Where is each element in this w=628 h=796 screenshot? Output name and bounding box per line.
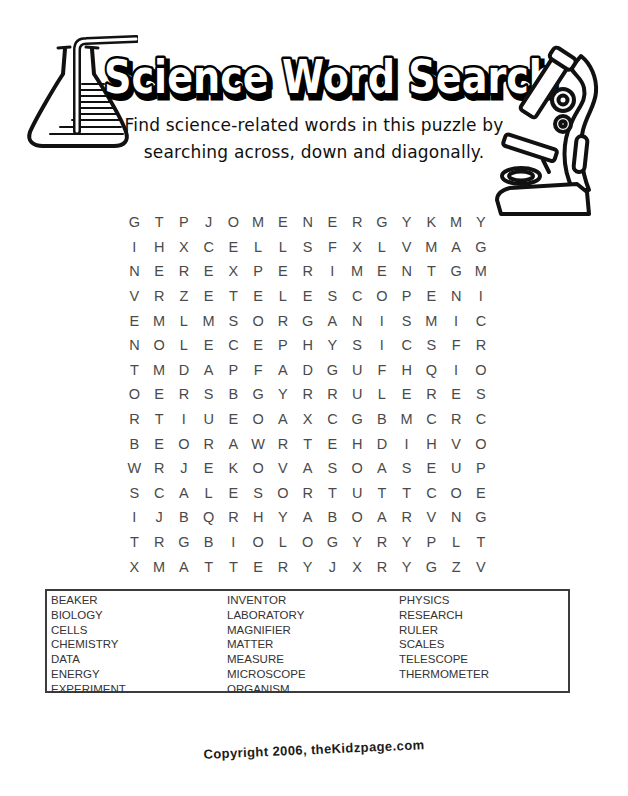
- grid-cell[interactable]: T: [419, 259, 444, 284]
- grid-cell[interactable]: E: [122, 308, 147, 333]
- grid-cell[interactable]: C: [221, 333, 246, 358]
- grid-cell[interactable]: H: [295, 333, 320, 358]
- grid-cell[interactable]: E: [147, 259, 172, 284]
- grid-cell[interactable]: O: [147, 333, 172, 358]
- grid-cell[interactable]: P: [221, 358, 246, 383]
- grid-cell[interactable]: S: [122, 481, 147, 506]
- grid-cell[interactable]: X: [295, 407, 320, 432]
- word-list-item: CELLS: [51, 623, 126, 638]
- grid-cell[interactable]: S: [345, 333, 370, 358]
- grid-cell[interactable]: A: [172, 554, 197, 579]
- grid-cell[interactable]: D: [370, 431, 395, 456]
- grid-cell[interactable]: M: [147, 308, 172, 333]
- grid-cell[interactable]: J: [196, 210, 221, 235]
- grid-cell[interactable]: T: [469, 530, 494, 555]
- grid-cell[interactable]: C: [419, 481, 444, 506]
- grid-cell[interactable]: T: [196, 554, 221, 579]
- grid-cell[interactable]: O: [246, 308, 271, 333]
- grid-cell[interactable]: P: [246, 259, 271, 284]
- page-title: Science Word Search: [104, 50, 556, 104]
- grid-cell[interactable]: M: [147, 554, 172, 579]
- grid-cell[interactable]: R: [221, 505, 246, 530]
- grid-cell[interactable]: G: [295, 308, 320, 333]
- grid-cell[interactable]: O: [246, 407, 271, 432]
- grid-cell[interactable]: R: [147, 284, 172, 309]
- grid-cell[interactable]: O: [271, 481, 296, 506]
- grid-cell[interactable]: O: [444, 481, 469, 506]
- grid-cell[interactable]: M: [345, 259, 370, 284]
- grid-cell[interactable]: G: [320, 530, 345, 555]
- grid-cell[interactable]: E: [221, 235, 246, 260]
- grid-cell[interactable]: A: [444, 235, 469, 260]
- grid-cell[interactable]: E: [196, 333, 221, 358]
- grid-cell[interactable]: G: [320, 358, 345, 383]
- grid-cell[interactable]: A: [320, 308, 345, 333]
- grid-cell[interactable]: S: [295, 235, 320, 260]
- grid-cell[interactable]: R: [172, 382, 197, 407]
- word-list-item: TELESCOPE: [399, 652, 489, 667]
- grid-cell[interactable]: E: [295, 284, 320, 309]
- instructions: Find science-related words in this puzzl…: [0, 112, 628, 166]
- grid-cell[interactable]: R: [469, 333, 494, 358]
- grid-cell[interactable]: Z: [172, 284, 197, 309]
- grid-cell[interactable]: N: [122, 333, 147, 358]
- word-list-item: BIOLOGY: [51, 608, 126, 623]
- grid-cell[interactable]: S: [320, 456, 345, 481]
- grid-cell[interactable]: S: [320, 284, 345, 309]
- grid-cell[interactable]: F: [444, 333, 469, 358]
- grid-cell[interactable]: L: [271, 284, 296, 309]
- grid-cell[interactable]: Y: [394, 530, 419, 555]
- grid-cell[interactable]: O: [221, 210, 246, 235]
- grid-cell[interactable]: U: [345, 481, 370, 506]
- instructions-line-2: searching across, down and diagonally.: [0, 139, 628, 166]
- worksheet-page: Science Word Search Science Word Search: [0, 0, 628, 796]
- grid-cell[interactable]: R: [394, 505, 419, 530]
- grid-cell[interactable]: M: [394, 407, 419, 432]
- grid-cell[interactable]: I: [394, 431, 419, 456]
- word-list-item: MAGNIFIER: [227, 623, 306, 638]
- word-list-item: ENERGY: [51, 667, 126, 682]
- grid-cell[interactable]: G: [172, 530, 197, 555]
- grid-cell[interactable]: X: [345, 235, 370, 260]
- grid-cell[interactable]: B: [196, 530, 221, 555]
- grid-cell[interactable]: E: [147, 382, 172, 407]
- grid-cell[interactable]: Z: [444, 554, 469, 579]
- grid-cell[interactable]: F: [320, 235, 345, 260]
- grid-cell[interactable]: F: [370, 358, 395, 383]
- word-list-item: CHEMISTRY: [51, 637, 126, 652]
- grid-cell[interactable]: A: [172, 481, 197, 506]
- grid-cell[interactable]: S: [394, 456, 419, 481]
- grid-cell[interactable]: A: [295, 456, 320, 481]
- grid-cell[interactable]: T: [295, 431, 320, 456]
- grid-cell[interactable]: H: [394, 358, 419, 383]
- grid-cell[interactable]: V: [271, 456, 296, 481]
- grid-cell[interactable]: E: [246, 333, 271, 358]
- grid-cell[interactable]: O: [246, 530, 271, 555]
- grid-cell[interactable]: X: [221, 259, 246, 284]
- grid-cell[interactable]: R: [147, 456, 172, 481]
- grid-cell[interactable]: G: [444, 259, 469, 284]
- word-list-item: MEASURE: [227, 652, 306, 667]
- grid-cell[interactable]: L: [444, 530, 469, 555]
- word-list-item: INVENTOR: [227, 593, 306, 608]
- grid-cell[interactable]: X: [345, 554, 370, 579]
- grid-cell[interactable]: E: [246, 554, 271, 579]
- grid-cell[interactable]: B: [320, 505, 345, 530]
- grid-cell[interactable]: N: [122, 259, 147, 284]
- grid-cell[interactable]: E: [246, 284, 271, 309]
- grid-cell[interactable]: R: [295, 382, 320, 407]
- grid-cell[interactable]: A: [271, 358, 296, 383]
- grid-cell[interactable]: Y: [271, 382, 296, 407]
- word-list-item: RULER: [399, 623, 489, 638]
- grid-cell[interactable]: I: [469, 284, 494, 309]
- grid-cell[interactable]: N: [444, 284, 469, 309]
- grid-cell[interactable]: Q: [196, 505, 221, 530]
- grid-cell[interactable]: J: [147, 505, 172, 530]
- grid-cell[interactable]: Y: [469, 210, 494, 235]
- grid-cell[interactable]: L: [271, 530, 296, 555]
- grid-cell[interactable]: E: [419, 456, 444, 481]
- grid-cell[interactable]: I: [444, 358, 469, 383]
- grid-cell[interactable]: E: [444, 382, 469, 407]
- grid-cell[interactable]: V: [444, 431, 469, 456]
- grid-cell[interactable]: L: [370, 382, 395, 407]
- word-list-item: LABORATORY: [227, 608, 306, 623]
- grid-cell[interactable]: M: [469, 259, 494, 284]
- grid-cell[interactable]: G: [246, 382, 271, 407]
- word-list-item: MICROSCOPE: [227, 667, 306, 682]
- grid-cell[interactable]: F: [246, 358, 271, 383]
- grid-cell[interactable]: O: [469, 431, 494, 456]
- grid-cell[interactable]: O: [295, 530, 320, 555]
- grid-cell[interactable]: E: [147, 431, 172, 456]
- grid-cell[interactable]: T: [221, 554, 246, 579]
- grid-cell[interactable]: P: [172, 210, 197, 235]
- grid-cell[interactable]: Y: [345, 530, 370, 555]
- grid-cell[interactable]: C: [419, 407, 444, 432]
- grid-cell[interactable]: I: [320, 259, 345, 284]
- grid-cell[interactable]: O: [345, 456, 370, 481]
- grid-cell[interactable]: L: [172, 333, 197, 358]
- grid-cell[interactable]: O: [469, 358, 494, 383]
- grid-cell[interactable]: J: [320, 554, 345, 579]
- grid-cell[interactable]: O: [122, 382, 147, 407]
- grid-cell[interactable]: K: [419, 210, 444, 235]
- grid-cell[interactable]: E: [221, 407, 246, 432]
- grid-cell[interactable]: O: [172, 431, 197, 456]
- grid-cell[interactable]: N: [345, 308, 370, 333]
- grid-cell[interactable]: V: [394, 235, 419, 260]
- grid-cell[interactable]: I: [122, 505, 147, 530]
- grid-cell[interactable]: I: [444, 308, 469, 333]
- grid-cell[interactable]: M: [196, 308, 221, 333]
- grid-cell[interactable]: R: [147, 530, 172, 555]
- grid-cell[interactable]: V: [469, 554, 494, 579]
- grid-cell[interactable]: N: [295, 210, 320, 235]
- grid-cell[interactable]: Y: [394, 554, 419, 579]
- grid-cell[interactable]: L: [370, 235, 395, 260]
- grid-cell[interactable]: X: [172, 235, 197, 260]
- grid-cell[interactable]: O: [370, 284, 395, 309]
- grid-cell[interactable]: G: [419, 554, 444, 579]
- grid-cell[interactable]: E: [221, 481, 246, 506]
- grid-cell[interactable]: R: [172, 259, 197, 284]
- grid-cell[interactable]: A: [370, 505, 395, 530]
- grid-cell[interactable]: E: [196, 456, 221, 481]
- grid-cell[interactable]: A: [271, 407, 296, 432]
- grid-cell[interactable]: M: [147, 358, 172, 383]
- grid-cell[interactable]: M: [444, 210, 469, 235]
- grid-cell[interactable]: C: [320, 407, 345, 432]
- word-list-item: SCALES: [399, 637, 489, 652]
- grid-cell[interactable]: T: [122, 530, 147, 555]
- grid-cell[interactable]: M: [419, 235, 444, 260]
- word-list-item: ORGANISM: [227, 682, 306, 697]
- grid-cell[interactable]: U: [345, 382, 370, 407]
- grid-cell[interactable]: C: [469, 407, 494, 432]
- word-list-item: RESEARCH: [399, 608, 489, 623]
- grid-cell[interactable]: R: [295, 259, 320, 284]
- grid-cell[interactable]: G: [345, 407, 370, 432]
- grid-cell[interactable]: A: [221, 431, 246, 456]
- instructions-line-1: Find science-related words in this puzzl…: [0, 112, 628, 139]
- grid-cell[interactable]: Y: [394, 210, 419, 235]
- grid-cell[interactable]: R: [196, 431, 221, 456]
- grid-cell[interactable]: C: [147, 481, 172, 506]
- grid-cell[interactable]: O: [345, 505, 370, 530]
- word-list-column-2: INVENTORLABORATORYMAGNIFIERMATTERMEASURE…: [227, 593, 306, 697]
- grid-cell[interactable]: S: [419, 333, 444, 358]
- grid-cell[interactable]: R: [419, 382, 444, 407]
- copyright-text: Copyright 2006, theKidzpage.com: [0, 728, 628, 770]
- grid-cell[interactable]: E: [320, 210, 345, 235]
- grid-cell[interactable]: S: [221, 308, 246, 333]
- grid-cell[interactable]: R: [370, 530, 395, 555]
- grid-cell[interactable]: U: [196, 407, 221, 432]
- grid-cell[interactable]: J: [172, 456, 197, 481]
- grid-cell[interactable]: S: [196, 382, 221, 407]
- grid-cell[interactable]: B: [221, 382, 246, 407]
- grid-cell[interactable]: G: [469, 505, 494, 530]
- grid-cell[interactable]: D: [172, 358, 197, 383]
- grid-cell[interactable]: B: [370, 407, 395, 432]
- grid-cell[interactable]: H: [345, 431, 370, 456]
- grid-cell[interactable]: A: [196, 358, 221, 383]
- grid-cell[interactable]: H: [147, 235, 172, 260]
- grid-cell[interactable]: G: [122, 210, 147, 235]
- word-list-item: PHYSICS: [399, 593, 489, 608]
- grid-cell[interactable]: T: [370, 481, 395, 506]
- grid-cell[interactable]: L: [172, 308, 197, 333]
- grid-cell[interactable]: I: [221, 530, 246, 555]
- grid-cell[interactable]: C: [196, 235, 221, 260]
- grid-cell[interactable]: G: [370, 210, 395, 235]
- grid-cell[interactable]: T: [122, 358, 147, 383]
- grid-cell[interactable]: V: [419, 505, 444, 530]
- grid-cell[interactable]: B: [122, 431, 147, 456]
- grid-cell[interactable]: R: [370, 554, 395, 579]
- grid-cell[interactable]: X: [122, 554, 147, 579]
- grid-cell[interactable]: E: [469, 481, 494, 506]
- grid-cell[interactable]: S: [469, 382, 494, 407]
- grid-cell[interactable]: E: [370, 259, 395, 284]
- word-list-item: MATTER: [227, 637, 306, 652]
- grid-cell[interactable]: S: [246, 481, 271, 506]
- grid-cell[interactable]: P: [419, 530, 444, 555]
- grid-cell[interactable]: I: [172, 407, 197, 432]
- grid-cell[interactable]: Y: [271, 505, 296, 530]
- grid-cell[interactable]: Q: [419, 358, 444, 383]
- grid-cell[interactable]: R: [320, 382, 345, 407]
- grid-cell[interactable]: R: [271, 554, 296, 579]
- grid-cell[interactable]: Y: [295, 554, 320, 579]
- grid-cell[interactable]: P: [271, 333, 296, 358]
- grid-cell[interactable]: S: [394, 308, 419, 333]
- grid-cell[interactable]: V: [122, 284, 147, 309]
- grid-cell[interactable]: U: [444, 456, 469, 481]
- grid-cell[interactable]: A: [295, 505, 320, 530]
- grid-cell[interactable]: A: [370, 456, 395, 481]
- grid-cell[interactable]: E: [271, 210, 296, 235]
- grid-cell[interactable]: W: [122, 456, 147, 481]
- grid-cell[interactable]: H: [246, 505, 271, 530]
- grid-cell[interactable]: R: [122, 407, 147, 432]
- grid-cell[interactable]: Y: [320, 333, 345, 358]
- word-list-item: THERMOMETER: [399, 667, 489, 682]
- grid-cell[interactable]: E: [320, 431, 345, 456]
- grid-cell[interactable]: W: [246, 431, 271, 456]
- grid-cell[interactable]: U: [345, 358, 370, 383]
- word-list-item: BEAKER: [51, 593, 126, 608]
- word-list-item: DATA: [51, 652, 126, 667]
- grid-cell[interactable]: H: [419, 431, 444, 456]
- grid-cell[interactable]: O: [246, 456, 271, 481]
- grid-cell[interactable]: B: [172, 505, 197, 530]
- grid-cell[interactable]: E: [196, 284, 221, 309]
- grid-cell[interactable]: E: [196, 259, 221, 284]
- grid-cell[interactable]: T: [221, 284, 246, 309]
- grid-cell[interactable]: C: [394, 333, 419, 358]
- grid-cell[interactable]: T: [394, 481, 419, 506]
- grid-cell[interactable]: R: [271, 431, 296, 456]
- grid-cell[interactable]: N: [394, 259, 419, 284]
- grid-cell[interactable]: P: [394, 284, 419, 309]
- grid-cell[interactable]: I: [370, 333, 395, 358]
- grid-cell[interactable]: E: [271, 259, 296, 284]
- grid-cell[interactable]: T: [320, 481, 345, 506]
- grid-cell[interactable]: C: [469, 308, 494, 333]
- grid-cell[interactable]: E: [419, 284, 444, 309]
- grid-cell[interactable]: K: [221, 456, 246, 481]
- grid-cell[interactable]: G: [469, 235, 494, 260]
- word-list-box: BEAKERBIOLOGYCELLSCHEMISTRYDATAENERGYEXP…: [45, 589, 570, 693]
- grid-cell[interactable]: I: [370, 308, 395, 333]
- grid-cell[interactable]: R: [345, 210, 370, 235]
- grid-cell[interactable]: R: [271, 308, 296, 333]
- word-list-column-1: BEAKERBIOLOGYCELLSCHEMISTRYDATAENERGYEXP…: [51, 593, 126, 697]
- grid-cell[interactable]: C: [345, 284, 370, 309]
- grid-cell[interactable]: N: [444, 505, 469, 530]
- grid-cell[interactable]: M: [246, 210, 271, 235]
- word-list-column-3: PHYSICSRESEARCHRULERSCALESTELESCOPETHERM…: [399, 593, 489, 682]
- grid-cell[interactable]: D: [295, 358, 320, 383]
- grid-cell[interactable]: L: [196, 481, 221, 506]
- grid-cell[interactable]: T: [147, 210, 172, 235]
- grid-cell[interactable]: T: [147, 407, 172, 432]
- grid-cell[interactable]: E: [394, 382, 419, 407]
- grid-cell[interactable]: P: [469, 456, 494, 481]
- grid-cell[interactable]: M: [419, 308, 444, 333]
- grid-cell[interactable]: I: [122, 235, 147, 260]
- word-search-grid: GTPJOMENERGYKMYIHXCELLSFXLVMAGNEREXPERIM…: [122, 210, 493, 579]
- grid-cell[interactable]: L: [246, 235, 271, 260]
- grid-cell[interactable]: L: [271, 235, 296, 260]
- grid-cell[interactable]: R: [444, 407, 469, 432]
- word-list-item: EXPERIMENT: [51, 682, 126, 697]
- grid-cell[interactable]: R: [295, 481, 320, 506]
